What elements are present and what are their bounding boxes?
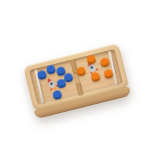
right-zone: ●●●●● [74, 49, 123, 94]
sling-puck-board: ●●●●●● [23, 43, 131, 118]
puck-orange[interactable]: ● [75, 65, 87, 76]
puck-blue[interactable]: ● [55, 77, 67, 88]
puck-orange[interactable]: ● [99, 56, 111, 67]
puck-orange[interactable]: ● [103, 67, 115, 78]
puck-orange[interactable]: ● [85, 52, 97, 63]
puck-blue[interactable]: ● [51, 88, 63, 99]
product-photo: ●●●●●● [0, 0, 155, 155]
puck-orange[interactable]: ● [90, 71, 102, 82]
